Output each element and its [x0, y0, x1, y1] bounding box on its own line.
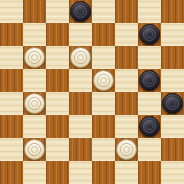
- square-d7: [69, 23, 92, 46]
- square-f5: [115, 69, 138, 92]
- square-d1: [69, 161, 92, 184]
- square-f8[interactable]: [115, 0, 138, 23]
- square-c6: [46, 46, 69, 69]
- square-g5[interactable]: [138, 69, 161, 92]
- square-f1: [115, 161, 138, 184]
- square-h3: [161, 115, 184, 138]
- square-g3[interactable]: [138, 115, 161, 138]
- square-a1[interactable]: [0, 161, 23, 184]
- square-f7: [115, 23, 138, 46]
- square-a6: [0, 46, 23, 69]
- white-man-e5[interactable]: [93, 70, 114, 91]
- square-h2[interactable]: [161, 138, 184, 161]
- square-f4[interactable]: [115, 92, 138, 115]
- square-b8[interactable]: [23, 0, 46, 23]
- square-h7: [161, 23, 184, 46]
- square-d3: [69, 115, 92, 138]
- square-b5: [23, 69, 46, 92]
- square-f6[interactable]: [115, 46, 138, 69]
- square-e8: [92, 0, 115, 23]
- square-g8: [138, 0, 161, 23]
- square-h4[interactable]: [161, 92, 184, 115]
- square-b7: [23, 23, 46, 46]
- square-b1: [23, 161, 46, 184]
- square-d4[interactable]: [69, 92, 92, 115]
- square-h6[interactable]: [161, 46, 184, 69]
- square-e2: [92, 138, 115, 161]
- checkers-board: [0, 0, 184, 184]
- square-c3[interactable]: [46, 115, 69, 138]
- square-g4: [138, 92, 161, 115]
- square-e4: [92, 92, 115, 115]
- white-man-b2[interactable]: [24, 139, 45, 160]
- black-man-g5[interactable]: [139, 70, 160, 91]
- white-man-b6[interactable]: [24, 47, 45, 68]
- square-a2: [0, 138, 23, 161]
- black-man-g7[interactable]: [139, 24, 160, 45]
- square-g2: [138, 138, 161, 161]
- square-g1[interactable]: [138, 161, 161, 184]
- square-c8: [46, 0, 69, 23]
- square-a7[interactable]: [0, 23, 23, 46]
- square-c1[interactable]: [46, 161, 69, 184]
- square-g7[interactable]: [138, 23, 161, 46]
- square-e7[interactable]: [92, 23, 115, 46]
- black-man-g3[interactable]: [139, 116, 160, 137]
- square-c2: [46, 138, 69, 161]
- square-e5[interactable]: [92, 69, 115, 92]
- square-e3[interactable]: [92, 115, 115, 138]
- square-a3[interactable]: [0, 115, 23, 138]
- square-g6: [138, 46, 161, 69]
- square-e1[interactable]: [92, 161, 115, 184]
- square-f3: [115, 115, 138, 138]
- square-d6[interactable]: [69, 46, 92, 69]
- square-h5: [161, 69, 184, 92]
- square-a4: [0, 92, 23, 115]
- square-h1: [161, 161, 184, 184]
- square-d2[interactable]: [69, 138, 92, 161]
- square-c5[interactable]: [46, 69, 69, 92]
- white-man-f2[interactable]: [116, 139, 137, 160]
- square-b4[interactable]: [23, 92, 46, 115]
- square-b2[interactable]: [23, 138, 46, 161]
- black-man-d8[interactable]: [70, 1, 91, 22]
- square-f2[interactable]: [115, 138, 138, 161]
- white-man-d6[interactable]: [70, 47, 91, 68]
- square-d5: [69, 69, 92, 92]
- square-e6: [92, 46, 115, 69]
- square-a8: [0, 0, 23, 23]
- square-a5[interactable]: [0, 69, 23, 92]
- square-c4: [46, 92, 69, 115]
- square-d8[interactable]: [69, 0, 92, 23]
- square-b3: [23, 115, 46, 138]
- square-c7[interactable]: [46, 23, 69, 46]
- square-b6[interactable]: [23, 46, 46, 69]
- white-man-b4[interactable]: [24, 93, 45, 114]
- square-h8[interactable]: [161, 0, 184, 23]
- black-man-h4[interactable]: [162, 93, 183, 114]
